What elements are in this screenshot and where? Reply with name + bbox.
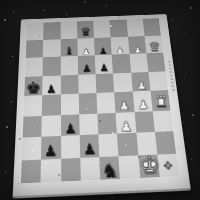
square-e1 xyxy=(99,156,120,180)
noise-speck xyxy=(184,77,185,78)
square-g6 xyxy=(129,53,148,72)
square-a1 xyxy=(21,159,41,183)
square-h7 xyxy=(144,35,163,53)
square-g1 xyxy=(138,154,160,178)
noise-speck xyxy=(66,14,67,15)
square-a5 xyxy=(24,76,42,96)
square-d2 xyxy=(79,134,99,157)
square-h6 xyxy=(146,53,165,72)
square-c3 xyxy=(60,114,79,136)
square-h2 xyxy=(155,131,177,154)
noise-speck xyxy=(13,11,14,12)
square-e5 xyxy=(96,73,115,93)
noise-speck xyxy=(185,32,186,33)
square-g8 xyxy=(126,19,144,36)
square-h3 xyxy=(152,110,173,132)
square-f6 xyxy=(112,54,131,73)
square-d3 xyxy=(79,113,98,135)
noise-speck xyxy=(106,5,107,6)
square-a6 xyxy=(25,57,43,76)
noise-speck xyxy=(198,44,199,45)
noise-speck xyxy=(191,159,192,160)
noise-speck xyxy=(11,101,12,102)
square-g2 xyxy=(136,132,157,155)
square-d7 xyxy=(77,38,95,56)
square-a3 xyxy=(23,115,42,137)
square-b2 xyxy=(41,136,60,159)
square-f4 xyxy=(114,92,134,113)
square-b3 xyxy=(42,115,61,137)
square-f5 xyxy=(113,72,132,92)
square-b8 xyxy=(43,22,60,40)
square-d6 xyxy=(78,55,96,74)
noise-speck xyxy=(137,4,138,5)
square-a8 xyxy=(26,23,43,41)
square-b5 xyxy=(42,75,60,95)
square-e2 xyxy=(98,134,118,157)
square-e3 xyxy=(97,112,117,134)
square-f3 xyxy=(116,112,136,134)
square-e7 xyxy=(94,37,112,55)
noise-speck xyxy=(97,13,99,15)
square-d1 xyxy=(80,157,100,181)
square-e6 xyxy=(95,55,113,74)
noise-speck xyxy=(84,1,86,3)
noise-speck xyxy=(183,122,184,123)
square-b1 xyxy=(41,158,61,182)
photo-frame: ❖ ♛♝♟♟♟♟♛♟♟♚♟♟♟♟♜♟♟♟♟♞♚ xyxy=(0,0,200,200)
square-g3 xyxy=(134,111,155,133)
noise-speck xyxy=(17,31,19,33)
noise-speck xyxy=(5,171,6,172)
square-g5 xyxy=(131,72,151,92)
square-h5 xyxy=(148,71,168,91)
square-c6 xyxy=(60,56,78,75)
noise-speck xyxy=(177,192,179,194)
square-b7 xyxy=(43,39,60,57)
square-h4 xyxy=(150,90,170,111)
square-c1 xyxy=(61,157,81,181)
noise-speck xyxy=(172,20,173,21)
board-grid xyxy=(21,18,179,183)
square-b6 xyxy=(43,57,61,76)
square-a2 xyxy=(22,137,42,160)
square-c8 xyxy=(60,21,77,39)
square-b4 xyxy=(42,94,60,115)
noise-speck xyxy=(12,56,13,57)
square-a7 xyxy=(26,40,44,58)
square-e8 xyxy=(93,20,111,38)
square-g7 xyxy=(128,36,147,54)
noise-speck xyxy=(190,7,192,9)
square-a4 xyxy=(24,95,43,116)
noise-speck xyxy=(159,8,160,9)
square-d5 xyxy=(78,74,96,94)
chess-board: ❖ ♛♝♟♟♟♟♛♟♟♚♟♟♟♟♜♟♟♟♟♞♚ xyxy=(13,14,191,198)
square-c4 xyxy=(60,94,79,115)
brand-text-smudge xyxy=(168,61,175,93)
square-c5 xyxy=(60,74,78,94)
square-d4 xyxy=(78,93,97,114)
noise-speck xyxy=(6,126,8,128)
square-c7 xyxy=(60,38,77,56)
noise-speck xyxy=(4,19,6,21)
noise-speck xyxy=(197,89,198,90)
square-g4 xyxy=(132,91,152,112)
square-f7 xyxy=(111,36,129,54)
square-e4 xyxy=(96,92,115,113)
square-f8 xyxy=(110,19,128,36)
noise-speck xyxy=(44,10,45,11)
square-d8 xyxy=(77,21,94,39)
square-h8 xyxy=(142,18,161,35)
square-c2 xyxy=(61,135,80,158)
square-f1 xyxy=(119,155,140,179)
noise-speck xyxy=(192,114,194,116)
noise-speck xyxy=(179,102,181,104)
square-f2 xyxy=(117,133,138,156)
